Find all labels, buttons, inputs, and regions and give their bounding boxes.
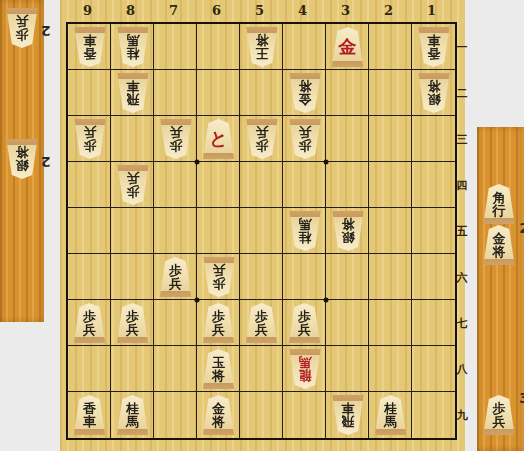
piece-kanji: 歩 bbox=[169, 139, 182, 152]
cell-55[interactable] bbox=[240, 208, 283, 254]
piece-kanji: 車 bbox=[83, 416, 96, 429]
piece-kanji: 歩 bbox=[126, 185, 139, 198]
cell-64[interactable] bbox=[197, 162, 240, 208]
cell-25[interactable] bbox=[369, 208, 412, 254]
cell-36[interactable] bbox=[326, 254, 369, 300]
file-labels: 987654321 bbox=[66, 2, 453, 20]
file-label: 4 bbox=[281, 2, 324, 20]
piece-kanji: 兵 bbox=[126, 172, 139, 185]
cell-59[interactable] bbox=[240, 392, 283, 438]
piece-kanji: 銀 bbox=[16, 159, 29, 172]
sente-hand-stand: 角行金将2歩兵3 bbox=[477, 127, 524, 451]
piece-kanji: 兵 bbox=[493, 416, 506, 429]
cell-15[interactable] bbox=[412, 208, 455, 254]
piece-kanji: 歩 bbox=[83, 139, 96, 152]
piece-kanji: 金 bbox=[339, 38, 357, 56]
piece-kanji: 兵 bbox=[298, 324, 311, 337]
piece-kanji: 歩 bbox=[16, 28, 29, 41]
piece-kanji: 馬 bbox=[298, 356, 311, 369]
piece-kanji: 車 bbox=[427, 34, 440, 47]
cell-75[interactable] bbox=[154, 208, 197, 254]
hand-piece-count: 3 bbox=[519, 390, 524, 406]
piece-kanji: 桂 bbox=[298, 231, 311, 244]
piece-kanji: 馬 bbox=[126, 416, 139, 429]
rank-labels: 一二三四五六七八九 bbox=[456, 24, 468, 438]
hand-piece-gote-pawn[interactable]: 歩兵2 bbox=[5, 8, 39, 48]
cell-32[interactable] bbox=[326, 70, 369, 116]
piece-kanji: 兵 bbox=[83, 126, 96, 139]
cell-49[interactable] bbox=[283, 392, 326, 438]
cell-34[interactable] bbox=[326, 162, 369, 208]
cell-13[interactable] bbox=[412, 116, 455, 162]
cell-26[interactable] bbox=[369, 254, 412, 300]
shogi-app: 歩兵2銀将2 987654321 一二三四五六七八九 香車桂馬王将金香車飛車金将… bbox=[0, 0, 524, 451]
piece-kanji: 歩 bbox=[255, 139, 268, 152]
cell-79[interactable] bbox=[154, 392, 197, 438]
cell-28[interactable] bbox=[369, 346, 412, 392]
cell-96[interactable] bbox=[68, 254, 111, 300]
rank-label: 二 bbox=[456, 70, 468, 116]
hand-piece-sente-gold[interactable]: 金将2 bbox=[482, 225, 516, 265]
cell-98[interactable] bbox=[68, 346, 111, 392]
cell-62[interactable] bbox=[197, 70, 240, 116]
piece-kanji: 馬 bbox=[126, 34, 139, 47]
rank-label: 六 bbox=[456, 254, 468, 300]
cell-27[interactable] bbox=[369, 300, 412, 346]
cell-54[interactable] bbox=[240, 162, 283, 208]
cell-24[interactable] bbox=[369, 162, 412, 208]
file-label: 9 bbox=[66, 2, 109, 20]
piece-kanji: 兵 bbox=[83, 324, 96, 337]
cell-71[interactable] bbox=[154, 24, 197, 70]
rank-label: 八 bbox=[456, 346, 468, 392]
cell-16[interactable] bbox=[412, 254, 455, 300]
cell-44[interactable] bbox=[283, 162, 326, 208]
cell-19[interactable] bbox=[412, 392, 455, 438]
piece-kanji: 馬 bbox=[298, 218, 311, 231]
board-grid: 香車桂馬王将金香車飛車金将銀将歩兵歩兵と歩兵歩兵歩兵桂馬銀将歩兵歩兵歩兵歩兵歩兵… bbox=[66, 22, 457, 440]
star-point bbox=[195, 160, 200, 165]
file-label: 8 bbox=[109, 2, 152, 20]
file-label: 7 bbox=[152, 2, 195, 20]
cell-85[interactable] bbox=[111, 208, 154, 254]
star-point bbox=[324, 160, 329, 165]
cell-17[interactable] bbox=[412, 300, 455, 346]
file-label: 2 bbox=[367, 2, 410, 20]
file-label: 3 bbox=[324, 2, 367, 20]
file-label: 1 bbox=[410, 2, 453, 20]
piece-kanji: 兵 bbox=[169, 278, 182, 291]
cell-46[interactable] bbox=[283, 254, 326, 300]
piece-kanji: 王 bbox=[255, 47, 268, 60]
cell-33[interactable] bbox=[326, 116, 369, 162]
cell-65[interactable] bbox=[197, 208, 240, 254]
hand-piece-count: 2 bbox=[519, 220, 524, 236]
cell-56[interactable] bbox=[240, 254, 283, 300]
cell-38[interactable] bbox=[326, 346, 369, 392]
star-point bbox=[324, 298, 329, 303]
hand-piece-tile: 角行 bbox=[482, 184, 516, 224]
piece-kanji: 将 bbox=[298, 80, 311, 93]
piece-kanji: 車 bbox=[126, 80, 139, 93]
piece-kanji: 将 bbox=[16, 146, 29, 159]
piece-kanji: 車 bbox=[341, 402, 354, 415]
cell-21[interactable] bbox=[369, 24, 412, 70]
piece-kanji: 将 bbox=[493, 246, 506, 259]
cell-41[interactable] bbox=[283, 24, 326, 70]
hand-piece-count: 2 bbox=[41, 23, 51, 39]
piece-kanji: 将 bbox=[427, 80, 440, 93]
cell-77[interactable] bbox=[154, 300, 197, 346]
piece-kanji: 銀 bbox=[427, 93, 440, 106]
hand-piece-tile: 金将 bbox=[482, 225, 516, 265]
cell-72[interactable] bbox=[154, 70, 197, 116]
piece-kanji: 桂 bbox=[126, 47, 139, 60]
piece-kanji: 馬 bbox=[384, 416, 397, 429]
piece-kanji: 車 bbox=[83, 34, 96, 47]
rank-label: 九 bbox=[456, 392, 468, 438]
cell-94[interactable] bbox=[68, 162, 111, 208]
piece-kanji: 金 bbox=[298, 93, 311, 106]
cell-61[interactable] bbox=[197, 24, 240, 70]
cell-14[interactable] bbox=[412, 162, 455, 208]
cell-95[interactable] bbox=[68, 208, 111, 254]
rank-label: 七 bbox=[456, 300, 468, 346]
piece-kanji: 行 bbox=[493, 205, 506, 218]
piece-kanji: 将 bbox=[212, 416, 225, 429]
piece-kanji: 将 bbox=[341, 218, 354, 231]
hand-piece-count: 2 bbox=[41, 154, 51, 170]
piece-kanji: 飛 bbox=[341, 415, 354, 428]
cell-86[interactable] bbox=[111, 254, 154, 300]
piece-kanji: 兵 bbox=[126, 324, 139, 337]
gote-hand-stand: 歩兵2銀将2 bbox=[0, 0, 44, 322]
rank-label: 三 bbox=[456, 116, 468, 162]
file-label: 6 bbox=[195, 2, 238, 20]
hand-piece-gote-silver[interactable]: 銀将2 bbox=[5, 139, 39, 179]
cell-58[interactable] bbox=[240, 346, 283, 392]
cell-18[interactable] bbox=[412, 346, 455, 392]
piece-kanji: 将 bbox=[255, 34, 268, 47]
cell-23[interactable] bbox=[369, 116, 412, 162]
piece-kanji: 龍 bbox=[298, 369, 311, 382]
piece-kanji: 兵 bbox=[16, 15, 29, 28]
piece-kanji: 兵 bbox=[255, 324, 268, 337]
piece-kanji: 兵 bbox=[212, 324, 225, 337]
piece-kanji: 銀 bbox=[341, 231, 354, 244]
piece-kanji: 兵 bbox=[298, 126, 311, 139]
piece-kanji: 歩 bbox=[298, 139, 311, 152]
piece-kanji: 兵 bbox=[169, 126, 182, 139]
piece-kanji: 香 bbox=[83, 47, 96, 60]
cell-88[interactable] bbox=[111, 346, 154, 392]
rank-label: 四 bbox=[456, 162, 468, 208]
shogi-board: 987654321 一二三四五六七八九 香車桂馬王将金香車飛車金将銀将歩兵歩兵と… bbox=[60, 0, 465, 451]
hand-piece-tile: 歩兵 bbox=[482, 395, 516, 435]
cell-78[interactable] bbox=[154, 346, 197, 392]
piece-kanji: 歩 bbox=[212, 277, 225, 290]
hand-piece-tile: 銀将 bbox=[5, 139, 39, 179]
hand-piece-sente-bishop[interactable]: 角行 bbox=[482, 184, 516, 224]
cell-74[interactable] bbox=[154, 162, 197, 208]
piece-kanji: 将 bbox=[212, 370, 225, 383]
cell-37[interactable] bbox=[326, 300, 369, 346]
star-point bbox=[195, 298, 200, 303]
file-label: 5 bbox=[238, 2, 281, 20]
cell-92[interactable] bbox=[68, 70, 111, 116]
piece-kanji: と bbox=[209, 130, 227, 148]
rank-label: 一 bbox=[456, 24, 468, 70]
piece-kanji: 香 bbox=[427, 47, 440, 60]
cell-22[interactable] bbox=[369, 70, 412, 116]
hand-piece-tile: 歩兵 bbox=[5, 8, 39, 48]
piece-kanji: 兵 bbox=[212, 264, 225, 277]
cell-52[interactable] bbox=[240, 70, 283, 116]
rank-label: 五 bbox=[456, 208, 468, 254]
hand-piece-sente-pawn[interactable]: 歩兵3 bbox=[482, 395, 516, 435]
piece-kanji: 兵 bbox=[255, 126, 268, 139]
piece-kanji: 飛 bbox=[126, 93, 139, 106]
cell-83[interactable] bbox=[111, 116, 154, 162]
